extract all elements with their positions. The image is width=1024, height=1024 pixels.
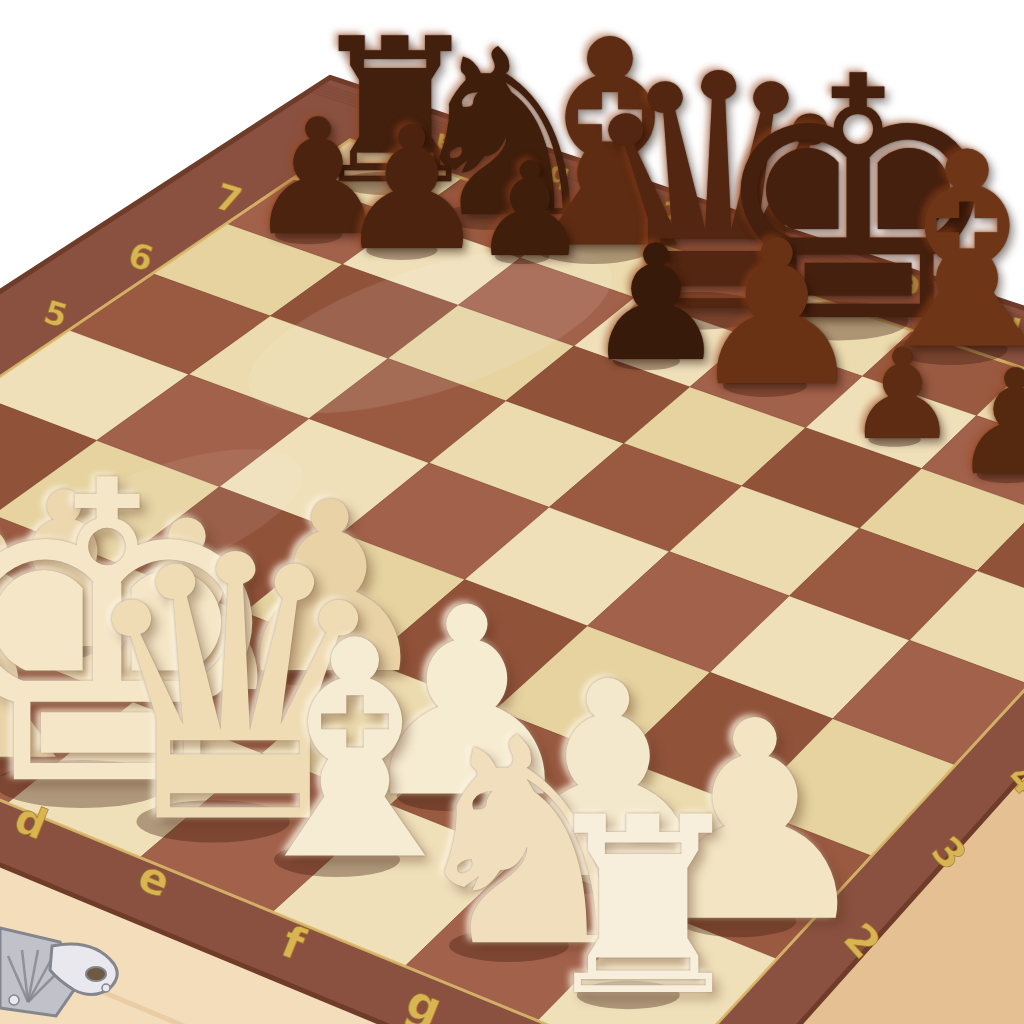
photo-background: abcdef765defg432 ♜♞♟♝♟♟♛♚♝♟♟♟♟♟♟♟♝♚♟♛♝♟♟… <box>0 0 1024 1024</box>
piece-white-rook-h1: ♜ <box>533 785 753 1024</box>
piece-black-pawn-f7: ♟ <box>846 332 958 457</box>
piece-black-pawn-c7: ♟ <box>472 145 589 275</box>
piece-black-pawn-b7: ♟ <box>336 104 488 274</box>
piece-black-pawn-e7: ♟ <box>687 214 866 414</box>
piece-black-pawn-g7: ♟ <box>951 350 1024 495</box>
pieces-layer: ♜♞♟♝♟♟♛♚♝♟♟♟♟♟♟♟♝♚♟♛♝♟♟♞♜ <box>0 0 1024 1024</box>
